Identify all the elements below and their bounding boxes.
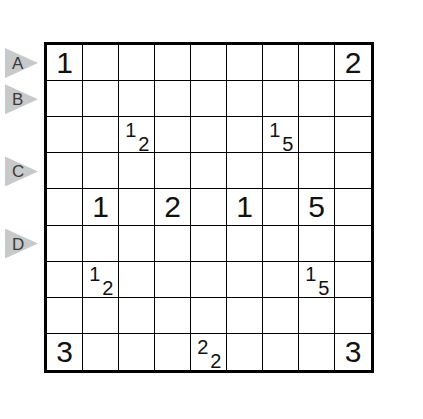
cell-r8c5[interactable] bbox=[191, 298, 227, 334]
cell-r5c1[interactable] bbox=[47, 189, 83, 225]
clue-number: 5 bbox=[318, 278, 329, 298]
cell-r7c4[interactable] bbox=[155, 262, 191, 298]
cell-r7c5[interactable] bbox=[191, 262, 227, 298]
clue-number: 3 bbox=[47, 334, 82, 370]
cell-r6c4[interactable] bbox=[155, 226, 191, 262]
cell-r6c9[interactable] bbox=[335, 226, 371, 262]
clue-number: 1 bbox=[47, 45, 82, 80]
cell-r9c6[interactable] bbox=[227, 334, 263, 370]
cell-r1c3[interactable] bbox=[119, 45, 155, 81]
row-marker-label: A bbox=[12, 55, 23, 72]
cell-r8c6[interactable] bbox=[227, 298, 263, 334]
cell-r2c5[interactable] bbox=[191, 81, 227, 117]
cell-r3c6[interactable] bbox=[227, 117, 263, 153]
cell-r1c7[interactable] bbox=[263, 45, 299, 81]
clue-number: 1 bbox=[305, 264, 316, 284]
cell-r3c5[interactable] bbox=[191, 117, 227, 153]
cell-r6c1[interactable] bbox=[47, 226, 83, 262]
cell-r3c7[interactable]: 15 bbox=[263, 117, 299, 153]
cell-r2c6[interactable] bbox=[227, 81, 263, 117]
cell-r3c4[interactable] bbox=[155, 117, 191, 153]
cell-r9c4[interactable] bbox=[155, 334, 191, 370]
cell-r4c8[interactable] bbox=[299, 153, 335, 189]
cell-r4c9[interactable] bbox=[335, 153, 371, 189]
clue-number: 1 bbox=[269, 120, 280, 140]
row-marker-A: A bbox=[5, 48, 38, 78]
clue-number: 1 bbox=[227, 189, 262, 224]
cell-r7c1[interactable] bbox=[47, 262, 83, 298]
cell-r6c3[interactable] bbox=[119, 226, 155, 262]
cell-r2c8[interactable] bbox=[299, 81, 335, 117]
clue-number: 2 bbox=[138, 134, 149, 154]
clue-number: 3 bbox=[335, 334, 371, 370]
cell-r6c7[interactable] bbox=[263, 226, 299, 262]
clue-number: 5 bbox=[282, 134, 293, 154]
cell-r7c8[interactable]: 15 bbox=[299, 262, 335, 298]
cell-r1c8[interactable] bbox=[299, 45, 335, 81]
cell-r2c1[interactable] bbox=[47, 81, 83, 117]
cell-r8c9[interactable] bbox=[335, 298, 371, 334]
cell-r9c7[interactable] bbox=[263, 334, 299, 370]
cell-r3c9[interactable] bbox=[335, 117, 371, 153]
page: 121215121512153223 ABCD bbox=[0, 0, 423, 419]
clue-number: 2 bbox=[210, 351, 221, 371]
cell-r2c2[interactable] bbox=[83, 81, 119, 117]
cell-r3c1[interactable] bbox=[47, 117, 83, 153]
cell-r7c2[interactable]: 12 bbox=[83, 262, 119, 298]
cell-r7c7[interactable] bbox=[263, 262, 299, 298]
cell-r2c9[interactable] bbox=[335, 81, 371, 117]
clue-number: 2 bbox=[197, 337, 208, 357]
cell-r5c2[interactable]: 1 bbox=[83, 189, 119, 225]
cell-r4c4[interactable] bbox=[155, 153, 191, 189]
cell-r6c6[interactable] bbox=[227, 226, 263, 262]
cell-r1c1[interactable]: 1 bbox=[47, 45, 83, 81]
cell-r4c7[interactable] bbox=[263, 153, 299, 189]
row-marker-B: B bbox=[5, 84, 38, 114]
cell-r7c6[interactable] bbox=[227, 262, 263, 298]
cell-r5c7[interactable] bbox=[263, 189, 299, 225]
row-marker-D: D bbox=[5, 229, 38, 259]
cell-r1c9[interactable]: 2 bbox=[335, 45, 371, 81]
cell-r9c5[interactable]: 22 bbox=[191, 334, 227, 370]
cell-r4c1[interactable] bbox=[47, 153, 83, 189]
cell-r3c2[interactable] bbox=[83, 117, 119, 153]
cell-r2c7[interactable] bbox=[263, 81, 299, 117]
cell-r7c3[interactable] bbox=[119, 262, 155, 298]
cell-r1c5[interactable] bbox=[191, 45, 227, 81]
cell-r4c3[interactable] bbox=[119, 153, 155, 189]
clue-number: 1 bbox=[89, 264, 100, 284]
tapa-board: 121215121512153223 bbox=[44, 42, 374, 373]
cell-r6c2[interactable] bbox=[83, 226, 119, 262]
clue-number: 2 bbox=[335, 45, 371, 80]
cell-r5c8[interactable]: 5 bbox=[299, 189, 335, 225]
cell-r8c8[interactable] bbox=[299, 298, 335, 334]
cell-r9c3[interactable] bbox=[119, 334, 155, 370]
cell-r5c3[interactable] bbox=[119, 189, 155, 225]
cell-r1c6[interactable] bbox=[227, 45, 263, 81]
row-marker-label: C bbox=[12, 163, 24, 180]
row-marker-label: B bbox=[12, 91, 23, 108]
cell-r5c5[interactable] bbox=[191, 189, 227, 225]
cell-r8c1[interactable] bbox=[47, 298, 83, 334]
cell-r8c4[interactable] bbox=[155, 298, 191, 334]
cell-r4c2[interactable] bbox=[83, 153, 119, 189]
cell-r1c2[interactable] bbox=[83, 45, 119, 81]
row-marker-label: D bbox=[12, 235, 24, 252]
cell-r3c8[interactable] bbox=[299, 117, 335, 153]
clue-number: 2 bbox=[102, 278, 113, 298]
cell-r2c4[interactable] bbox=[155, 81, 191, 117]
cell-r6c5[interactable] bbox=[191, 226, 227, 262]
cell-r3c3[interactable]: 12 bbox=[119, 117, 155, 153]
clue-number: 1 bbox=[83, 189, 118, 224]
cell-r9c2[interactable] bbox=[83, 334, 119, 370]
cell-r6c8[interactable] bbox=[299, 226, 335, 262]
clue-number: 1 bbox=[125, 120, 136, 140]
cell-r8c7[interactable] bbox=[263, 298, 299, 334]
cell-r5c9[interactable] bbox=[335, 189, 371, 225]
cell-r8c2[interactable] bbox=[83, 298, 119, 334]
cell-r7c9[interactable] bbox=[335, 262, 371, 298]
cell-r1c4[interactable] bbox=[155, 45, 191, 81]
cell-r2c3[interactable] bbox=[119, 81, 155, 117]
cell-r8c3[interactable] bbox=[119, 298, 155, 334]
clue-number: 2 bbox=[155, 189, 190, 224]
cell-r9c1[interactable]: 3 bbox=[47, 334, 83, 370]
cell-r5c6[interactable]: 1 bbox=[227, 189, 263, 225]
cell-r9c9[interactable]: 3 bbox=[335, 334, 371, 370]
cell-r5c4[interactable]: 2 bbox=[155, 189, 191, 225]
row-marker-C: C bbox=[5, 156, 38, 186]
clue-number: 5 bbox=[299, 189, 334, 224]
cell-r4c6[interactable] bbox=[227, 153, 263, 189]
cell-r9c8[interactable] bbox=[299, 334, 335, 370]
cell-r4c5[interactable] bbox=[191, 153, 227, 189]
